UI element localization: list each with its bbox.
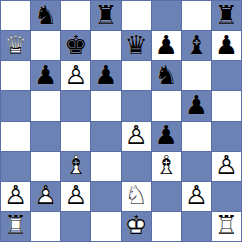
piece-white-pawn[interactable]: ♟♙ xyxy=(31,182,60,211)
square-a2[interactable]: ♟♙ xyxy=(1,182,30,211)
square-h4[interactable] xyxy=(212,122,241,151)
square-f2[interactable] xyxy=(152,182,181,211)
square-g6[interactable] xyxy=(182,61,211,90)
square-d1[interactable] xyxy=(91,212,120,241)
chess-board: ♞♜♜♛♕♚♛♟♝♟♟♟♙♟♞♟♟♙♟♝♗♝♗♟♙♟♙♟♙♟♙♞♘♟♙♜♖♚♔♜… xyxy=(0,0,242,242)
piece-white-pawn[interactable]: ♟♙ xyxy=(182,182,211,211)
square-c3[interactable]: ♝♗ xyxy=(61,152,90,181)
square-e8[interactable] xyxy=(122,1,151,30)
square-a8[interactable] xyxy=(1,1,30,30)
square-b8[interactable]: ♞ xyxy=(31,1,60,30)
piece-white-rook[interactable]: ♜♖ xyxy=(1,212,30,241)
square-b2[interactable]: ♟♙ xyxy=(31,182,60,211)
square-g2[interactable]: ♟♙ xyxy=(182,182,211,211)
square-a7[interactable]: ♛♕ xyxy=(1,31,30,60)
square-e6[interactable] xyxy=(122,61,151,90)
piece-white-king[interactable]: ♚♔ xyxy=(122,212,151,241)
square-g7[interactable]: ♝ xyxy=(182,31,211,60)
square-d3[interactable] xyxy=(91,152,120,181)
square-c6[interactable]: ♟♙ xyxy=(61,61,90,90)
piece-black-pawn[interactable]: ♟ xyxy=(212,31,241,60)
piece-white-knight[interactable]: ♞♘ xyxy=(122,182,151,211)
piece-black-knight[interactable]: ♞ xyxy=(31,1,60,30)
square-b3[interactable] xyxy=(31,152,60,181)
piece-black-bishop[interactable]: ♝ xyxy=(182,31,211,60)
piece-black-pawn[interactable]: ♟ xyxy=(152,122,181,151)
piece-white-pawn[interactable]: ♟♙ xyxy=(1,182,30,211)
square-a6[interactable] xyxy=(1,61,30,90)
square-g5[interactable]: ♟ xyxy=(182,91,211,120)
square-b1[interactable] xyxy=(31,212,60,241)
square-c7[interactable]: ♚ xyxy=(61,31,90,60)
square-h2[interactable] xyxy=(212,182,241,211)
square-h7[interactable]: ♟ xyxy=(212,31,241,60)
square-e4[interactable]: ♟♙ xyxy=(122,122,151,151)
square-c8[interactable] xyxy=(61,1,90,30)
square-g8[interactable] xyxy=(182,1,211,30)
square-a4[interactable] xyxy=(1,122,30,151)
square-e5[interactable] xyxy=(122,91,151,120)
piece-white-pawn[interactable]: ♟♙ xyxy=(122,122,151,151)
square-f8[interactable] xyxy=(152,1,181,30)
square-d5[interactable] xyxy=(91,91,120,120)
square-g1[interactable] xyxy=(182,212,211,241)
piece-white-bishop[interactable]: ♝♗ xyxy=(61,152,90,181)
square-e1[interactable]: ♚♔ xyxy=(122,212,151,241)
square-f4[interactable]: ♟ xyxy=(152,122,181,151)
piece-white-rook[interactable]: ♜♖ xyxy=(212,212,241,241)
square-e3[interactable] xyxy=(122,152,151,181)
square-d4[interactable] xyxy=(91,122,120,151)
square-h1[interactable]: ♜♖ xyxy=(212,212,241,241)
piece-black-rook[interactable]: ♜ xyxy=(212,1,241,30)
square-c1[interactable] xyxy=(61,212,90,241)
square-f3[interactable]: ♝♗ xyxy=(152,152,181,181)
piece-black-pawn[interactable]: ♟ xyxy=(152,31,181,60)
square-b7[interactable] xyxy=(31,31,60,60)
square-e7[interactable]: ♛ xyxy=(122,31,151,60)
piece-black-pawn[interactable]: ♟ xyxy=(182,91,211,120)
square-c5[interactable] xyxy=(61,91,90,120)
piece-black-king[interactable]: ♚ xyxy=(61,31,90,60)
square-g3[interactable] xyxy=(182,152,211,181)
square-h3[interactable]: ♟♙ xyxy=(212,152,241,181)
square-a1[interactable]: ♜♖ xyxy=(1,212,30,241)
square-b5[interactable] xyxy=(31,91,60,120)
piece-black-knight[interactable]: ♞ xyxy=(152,61,181,90)
piece-black-queen[interactable]: ♛ xyxy=(122,31,151,60)
piece-black-rook[interactable]: ♜ xyxy=(91,1,120,30)
piece-black-pawn[interactable]: ♟ xyxy=(91,61,120,90)
piece-white-bishop[interactable]: ♝♗ xyxy=(152,152,181,181)
square-g4[interactable] xyxy=(182,122,211,151)
piece-white-pawn[interactable]: ♟♙ xyxy=(61,182,90,211)
square-a3[interactable] xyxy=(1,152,30,181)
square-f7[interactable]: ♟ xyxy=(152,31,181,60)
square-f6[interactable]: ♞ xyxy=(152,61,181,90)
square-b4[interactable] xyxy=(31,122,60,151)
square-a5[interactable] xyxy=(1,91,30,120)
square-h8[interactable]: ♜ xyxy=(212,1,241,30)
square-d7[interactable] xyxy=(91,31,120,60)
piece-black-pawn[interactable]: ♟ xyxy=(31,61,60,90)
square-c4[interactable] xyxy=(61,122,90,151)
square-c2[interactable]: ♟♙ xyxy=(61,182,90,211)
square-d2[interactable] xyxy=(91,182,120,211)
square-f5[interactable] xyxy=(152,91,181,120)
piece-white-pawn[interactable]: ♟♙ xyxy=(61,61,90,90)
piece-white-pawn[interactable]: ♟♙ xyxy=(212,152,241,181)
piece-white-queen[interactable]: ♛♕ xyxy=(1,31,30,60)
square-d8[interactable]: ♜ xyxy=(91,1,120,30)
square-h6[interactable] xyxy=(212,61,241,90)
square-d6[interactable]: ♟ xyxy=(91,61,120,90)
square-b6[interactable]: ♟ xyxy=(31,61,60,90)
square-h5[interactable] xyxy=(212,91,241,120)
square-e2[interactable]: ♞♘ xyxy=(122,182,151,211)
square-f1[interactable] xyxy=(152,212,181,241)
